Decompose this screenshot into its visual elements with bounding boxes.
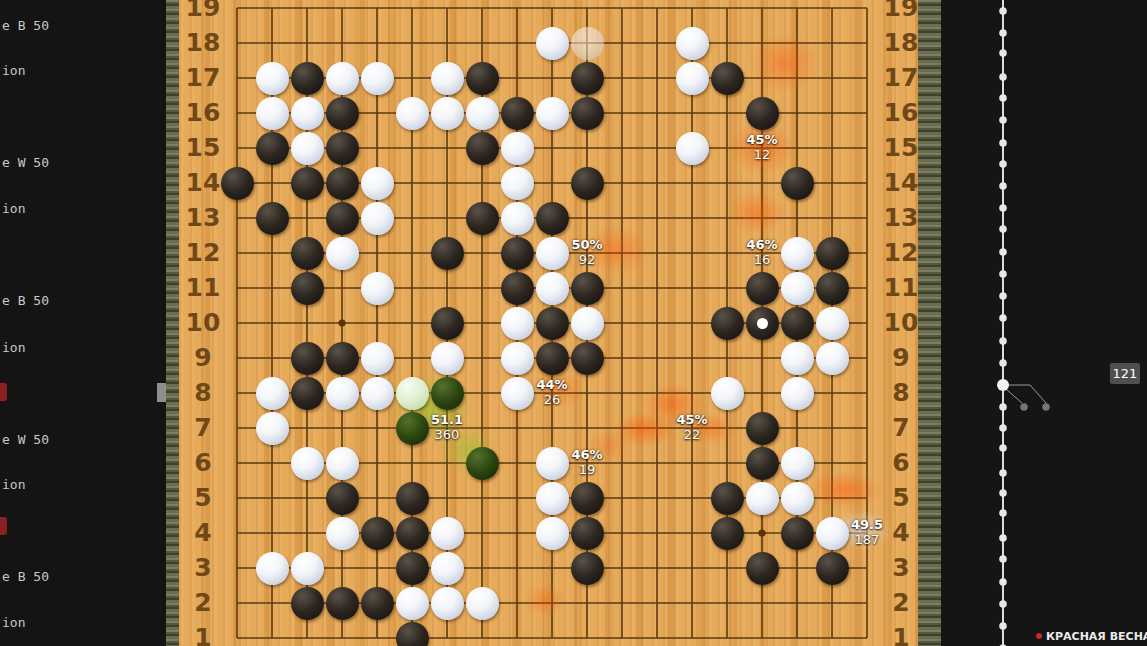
tree-node[interactable] <box>999 424 1007 432</box>
last-move-marker <box>757 318 768 329</box>
tree-node[interactable] <box>999 622 1007 630</box>
board-coordinate-left: 9 <box>183 343 223 372</box>
black-stone <box>571 552 604 585</box>
white-stone <box>361 272 394 305</box>
black-stone <box>746 412 779 445</box>
watermark-text: КРАСНАЯ ВЕСНА <box>1046 630 1147 643</box>
black-stone <box>396 517 429 550</box>
white-stone <box>291 97 324 130</box>
board-coordinate-right: 14 <box>881 168 921 197</box>
black-stone <box>466 202 499 235</box>
black-stone <box>326 97 359 130</box>
black-stone <box>711 62 744 95</box>
board-coordinate-left: 1 <box>183 623 223 646</box>
black-stone <box>746 552 779 585</box>
white-stone <box>676 27 709 60</box>
white-stone <box>256 552 289 585</box>
board-coordinate-right: 3 <box>881 553 921 582</box>
black-stone <box>746 97 779 130</box>
white-stone <box>396 587 429 620</box>
board-coordinate-right: 19 <box>881 0 921 22</box>
black-stone <box>256 132 289 165</box>
black-stone <box>361 517 394 550</box>
board-coordinate-right: 10 <box>881 308 921 337</box>
black-stone <box>501 97 534 130</box>
white-stone <box>256 97 289 130</box>
board-coordinate-right: 1 <box>881 623 921 646</box>
candidate-move-L6[interactable]: 46%19 <box>555 447 619 477</box>
white-stone <box>431 552 464 585</box>
tree-node[interactable] <box>999 139 1007 147</box>
black-stone <box>291 272 324 305</box>
black-stone <box>711 517 744 550</box>
candidate-move-Q15[interactable]: 45%12 <box>730 132 794 162</box>
tree-node[interactable] <box>999 292 1007 300</box>
tree-node[interactable] <box>999 314 1007 322</box>
board-coordinate-left: 8 <box>183 378 223 407</box>
white-stone <box>676 132 709 165</box>
board-coordinate-right: 9 <box>881 343 921 372</box>
tree-node[interactable] <box>999 359 1007 367</box>
black-stone <box>326 202 359 235</box>
board-coordinate-left: 5 <box>183 483 223 512</box>
white-stone <box>291 447 324 480</box>
black-stone <box>396 482 429 515</box>
white-stone <box>536 97 569 130</box>
white-stone <box>466 587 499 620</box>
board-coordinate-right: 7 <box>881 413 921 442</box>
board-coordinate-left: 15 <box>183 133 223 162</box>
black-stone <box>781 307 814 340</box>
black-stone <box>571 342 604 375</box>
black-stone <box>501 237 534 270</box>
board-coordinate-right: 15 <box>881 133 921 162</box>
tree-node[interactable] <box>999 469 1007 477</box>
black-stone <box>711 482 744 515</box>
tree-node[interactable] <box>999 182 1007 190</box>
black-stone <box>466 62 499 95</box>
board-coordinate-right: 13 <box>881 203 921 232</box>
tree-node[interactable] <box>999 534 1007 542</box>
white-stone <box>431 62 464 95</box>
black-stone <box>711 307 744 340</box>
white-stone <box>326 62 359 95</box>
white-stone <box>361 62 394 95</box>
white-stone-ghost <box>571 27 604 60</box>
board-coordinate-left: 11 <box>183 273 223 302</box>
black-stone <box>326 167 359 200</box>
white-stone <box>326 447 359 480</box>
board-coordinate-right: 16 <box>881 98 921 127</box>
white-stone <box>326 237 359 270</box>
candidate-move-Q12[interactable]: 46%16 <box>730 237 794 267</box>
white-stone <box>781 377 814 410</box>
white-stone <box>781 482 814 515</box>
white-stone <box>571 307 604 340</box>
board-coordinate-left: 13 <box>183 203 223 232</box>
white-stone <box>326 377 359 410</box>
black-stone <box>291 62 324 95</box>
white-stone <box>536 517 569 550</box>
black-stone <box>746 272 779 305</box>
black-stone <box>291 377 324 410</box>
white-stone <box>501 132 534 165</box>
white-stone <box>431 342 464 375</box>
black-stone-last-move <box>746 307 779 340</box>
black-stone <box>536 307 569 340</box>
tree-node[interactable] <box>999 204 1007 212</box>
black-stone <box>361 587 394 620</box>
board-coordinate-right: 8 <box>881 378 921 407</box>
black-stone <box>571 167 604 200</box>
black-stone <box>466 132 499 165</box>
white-stone <box>711 377 744 410</box>
tree-node[interactable] <box>999 578 1007 586</box>
board-coordinate-left: 14 <box>183 168 223 197</box>
black-stone <box>291 167 324 200</box>
black-stone <box>291 342 324 375</box>
black-stone <box>571 517 604 550</box>
board-coordinate-right: 5 <box>881 483 921 512</box>
black-stone <box>571 62 604 95</box>
white-stone <box>361 167 394 200</box>
black-stone <box>326 587 359 620</box>
tree-node[interactable] <box>999 29 1007 37</box>
black-stone <box>501 272 534 305</box>
game-tree-panel: 121 КРАСНАЯ ВЕСНА <box>941 0 1147 646</box>
candidate-move-O7[interactable]: 45%22 <box>660 412 724 442</box>
black-stone <box>396 552 429 585</box>
white-stone <box>676 62 709 95</box>
white-stone <box>536 27 569 60</box>
white-stone <box>396 377 429 410</box>
white-stone <box>466 97 499 130</box>
white-stone <box>291 552 324 585</box>
tree-node[interactable] <box>999 444 1007 452</box>
black-stone <box>431 237 464 270</box>
white-stone <box>431 587 464 620</box>
white-stone <box>501 307 534 340</box>
tree-node[interactable] <box>999 7 1007 15</box>
white-stone <box>361 342 394 375</box>
black-stone <box>291 587 324 620</box>
watermark-badge: КРАСНАЯ ВЕСНА <box>1036 628 1147 646</box>
tree-node[interactable] <box>999 49 1007 57</box>
board-coordinate-right: 18 <box>881 28 921 57</box>
board-coordinate-left: 17 <box>183 63 223 92</box>
board-coordinate-right: 12 <box>881 238 921 267</box>
tree-node[interactable] <box>999 600 1007 608</box>
candidate-move-L12[interactable]: 50%92 <box>555 237 619 267</box>
tree-node[interactable] <box>999 337 1007 345</box>
board-coordinate-right: 11 <box>881 273 921 302</box>
board-coordinate-left: 16 <box>183 98 223 127</box>
black-stone <box>221 167 254 200</box>
white-stone <box>746 482 779 515</box>
white-stone <box>396 97 429 130</box>
board-coordinate-right: 6 <box>881 448 921 477</box>
white-stone <box>536 272 569 305</box>
black-stone <box>816 272 849 305</box>
tree-node[interactable] <box>999 270 1007 278</box>
board-coordinate-left: 3 <box>183 553 223 582</box>
board-coordinate-left: 12 <box>183 238 223 267</box>
tree-node[interactable] <box>999 403 1007 411</box>
board-coordinate-left: 7 <box>183 413 223 442</box>
white-stone <box>291 132 324 165</box>
board-coordinate-right: 17 <box>881 63 921 92</box>
tree-node[interactable] <box>999 94 1007 102</box>
white-stone <box>431 377 464 410</box>
black-stone <box>536 202 569 235</box>
tree-node[interactable] <box>999 489 1007 497</box>
white-stone <box>431 517 464 550</box>
board-coordinate-right: 4 <box>881 518 921 547</box>
tree-node[interactable] <box>999 73 1007 81</box>
white-stone <box>501 202 534 235</box>
tree-node[interactable] <box>999 116 1007 124</box>
game-tree[interactable] <box>941 0 1147 646</box>
board-coordinate-left: 6 <box>183 448 223 477</box>
black-stone <box>256 202 289 235</box>
white-stone <box>781 447 814 480</box>
black-stone <box>571 482 604 515</box>
tree-node[interactable] <box>999 555 1007 563</box>
watermark-red-dot-icon <box>1036 633 1042 639</box>
white-stone <box>816 342 849 375</box>
black-stone <box>326 482 359 515</box>
current-move-number-badge: 121 <box>1110 363 1140 384</box>
candidate-move-G7[interactable]: 51.1360 <box>415 412 479 442</box>
black-stone <box>431 307 464 340</box>
board-coordinate-left: 19 <box>183 0 223 22</box>
tree-node[interactable] <box>999 160 1007 168</box>
white-stone <box>326 517 359 550</box>
white-stone <box>536 482 569 515</box>
white-stone <box>361 202 394 235</box>
tree-node-variation[interactable] <box>1042 403 1050 411</box>
white-stone <box>501 342 534 375</box>
black-stone <box>396 622 429 646</box>
candidate-move-K8[interactable]: 44%26 <box>520 377 584 407</box>
white-stone <box>816 307 849 340</box>
black-stone <box>571 272 604 305</box>
black-stone <box>746 447 779 480</box>
black-stone <box>571 97 604 130</box>
white-stone <box>361 377 394 410</box>
white-stone <box>781 342 814 375</box>
white-stone <box>256 377 289 410</box>
white-stone <box>431 97 464 130</box>
board-coordinate-left: 10 <box>183 308 223 337</box>
tree-node[interactable] <box>999 225 1007 233</box>
policy-heat-spot <box>515 578 575 622</box>
black-stone <box>536 342 569 375</box>
board-coordinate-left: 18 <box>183 28 223 57</box>
black-stone <box>816 237 849 270</box>
board-coordinate-left: 2 <box>183 588 223 617</box>
white-stone <box>256 62 289 95</box>
policy-heat-spot <box>737 21 833 105</box>
go-analysis-app: e B 50ione W 50ione B 50ione W 50ione B … <box>0 0 1147 646</box>
black-stone <box>291 237 324 270</box>
black-stone <box>816 552 849 585</box>
white-stone <box>501 167 534 200</box>
board-coordinate-left: 4 <box>183 518 223 547</box>
board-coordinate-right: 2 <box>881 588 921 617</box>
black-stone <box>326 342 359 375</box>
black-stone <box>781 517 814 550</box>
white-stone <box>781 272 814 305</box>
white-stone <box>466 447 499 480</box>
tree-node-current[interactable] <box>997 379 1009 391</box>
tree-node[interactable] <box>999 248 1007 256</box>
white-stone <box>256 412 289 445</box>
black-stone <box>781 167 814 200</box>
black-stone <box>326 132 359 165</box>
tree-node-variation[interactable] <box>1020 403 1028 411</box>
tree-node[interactable] <box>999 509 1007 517</box>
